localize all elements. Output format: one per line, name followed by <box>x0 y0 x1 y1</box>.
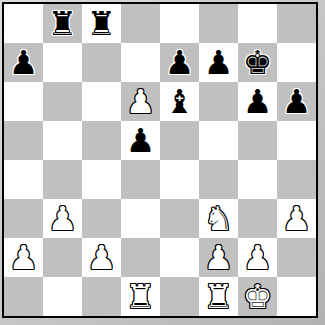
piece-black-pawn[interactable]: ♟ <box>9 43 39 82</box>
square-b6[interactable] <box>43 82 82 121</box>
square-f3[interactable]: ♞ <box>199 199 238 238</box>
square-a1[interactable] <box>4 277 43 316</box>
square-b1[interactable] <box>43 277 82 316</box>
square-g7[interactable]: ♚ <box>238 43 277 82</box>
square-b4[interactable] <box>43 160 82 199</box>
square-f4[interactable] <box>199 160 238 199</box>
piece-black-rook[interactable]: ♜ <box>87 4 117 43</box>
square-e8[interactable] <box>160 4 199 43</box>
piece-black-pawn[interactable]: ♟ <box>282 82 312 121</box>
square-f7[interactable]: ♟ <box>199 43 238 82</box>
piece-white-pawn[interactable]: ♟ <box>48 199 78 238</box>
square-b3[interactable]: ♟ <box>43 199 82 238</box>
square-e5[interactable] <box>160 121 199 160</box>
square-g3[interactable] <box>238 199 277 238</box>
square-g4[interactable] <box>238 160 277 199</box>
square-d1[interactable]: ♜ <box>121 277 160 316</box>
piece-black-pawn[interactable]: ♟ <box>243 82 273 121</box>
square-e6[interactable]: ♝ <box>160 82 199 121</box>
square-a8[interactable] <box>4 4 43 43</box>
piece-white-pawn[interactable]: ♟ <box>282 199 312 238</box>
square-g5[interactable] <box>238 121 277 160</box>
square-h2[interactable] <box>277 238 316 277</box>
chess-app-window: ♜♜♟♟♟♚♟♝♟♟♟♟♞♟♟♟♟♟♜♜♚ <box>0 0 325 325</box>
square-h5[interactable] <box>277 121 316 160</box>
square-g2[interactable]: ♟ <box>238 238 277 277</box>
square-a3[interactable] <box>4 199 43 238</box>
square-d7[interactable] <box>121 43 160 82</box>
square-a6[interactable] <box>4 82 43 121</box>
square-g6[interactable]: ♟ <box>238 82 277 121</box>
square-e4[interactable] <box>160 160 199 199</box>
square-a4[interactable] <box>4 160 43 199</box>
piece-white-pawn[interactable]: ♟ <box>126 82 156 121</box>
piece-white-knight[interactable]: ♞ <box>204 199 234 238</box>
piece-black-pawn[interactable]: ♟ <box>204 43 234 82</box>
chessboard: ♜♜♟♟♟♚♟♝♟♟♟♟♞♟♟♟♟♟♜♜♚ <box>4 4 316 316</box>
piece-white-rook[interactable]: ♜ <box>204 277 234 316</box>
piece-white-pawn[interactable]: ♟ <box>87 238 117 277</box>
square-h3[interactable]: ♟ <box>277 199 316 238</box>
square-d3[interactable] <box>121 199 160 238</box>
square-b8[interactable]: ♜ <box>43 4 82 43</box>
square-d2[interactable] <box>121 238 160 277</box>
square-h8[interactable] <box>277 4 316 43</box>
square-e3[interactable] <box>160 199 199 238</box>
square-c5[interactable] <box>82 121 121 160</box>
piece-white-pawn[interactable]: ♟ <box>243 238 273 277</box>
piece-white-king[interactable]: ♚ <box>243 277 273 316</box>
piece-white-pawn[interactable]: ♟ <box>204 238 234 277</box>
square-d8[interactable] <box>121 4 160 43</box>
square-e2[interactable] <box>160 238 199 277</box>
square-c3[interactable] <box>82 199 121 238</box>
square-f1[interactable]: ♜ <box>199 277 238 316</box>
square-h1[interactable] <box>277 277 316 316</box>
square-c7[interactable] <box>82 43 121 82</box>
square-a5[interactable] <box>4 121 43 160</box>
square-h6[interactable]: ♟ <box>277 82 316 121</box>
square-d5[interactable]: ♟ <box>121 121 160 160</box>
square-f6[interactable] <box>199 82 238 121</box>
square-f8[interactable] <box>199 4 238 43</box>
square-c2[interactable]: ♟ <box>82 238 121 277</box>
square-c6[interactable] <box>82 82 121 121</box>
square-f5[interactable] <box>199 121 238 160</box>
square-c8[interactable]: ♜ <box>82 4 121 43</box>
square-g1[interactable]: ♚ <box>238 277 277 316</box>
piece-black-king[interactable]: ♚ <box>243 43 273 82</box>
piece-black-pawn[interactable]: ♟ <box>126 121 156 160</box>
square-a2[interactable]: ♟ <box>4 238 43 277</box>
square-e1[interactable] <box>160 277 199 316</box>
square-f2[interactable]: ♟ <box>199 238 238 277</box>
piece-white-rook[interactable]: ♜ <box>126 277 156 316</box>
chessboard-frame: ♜♜♟♟♟♚♟♝♟♟♟♟♞♟♟♟♟♟♜♜♚ <box>2 2 318 318</box>
square-c1[interactable] <box>82 277 121 316</box>
square-b7[interactable] <box>43 43 82 82</box>
square-a7[interactable]: ♟ <box>4 43 43 82</box>
square-h7[interactable] <box>277 43 316 82</box>
square-b5[interactable] <box>43 121 82 160</box>
piece-black-rook[interactable]: ♜ <box>48 4 78 43</box>
square-b2[interactable] <box>43 238 82 277</box>
square-c4[interactable] <box>82 160 121 199</box>
square-h4[interactable] <box>277 160 316 199</box>
piece-black-bishop[interactable]: ♝ <box>165 82 195 121</box>
square-d4[interactable] <box>121 160 160 199</box>
piece-white-pawn[interactable]: ♟ <box>9 238 39 277</box>
square-d6[interactable]: ♟ <box>121 82 160 121</box>
square-g8[interactable] <box>238 4 277 43</box>
square-e7[interactable]: ♟ <box>160 43 199 82</box>
piece-black-pawn[interactable]: ♟ <box>165 43 195 82</box>
